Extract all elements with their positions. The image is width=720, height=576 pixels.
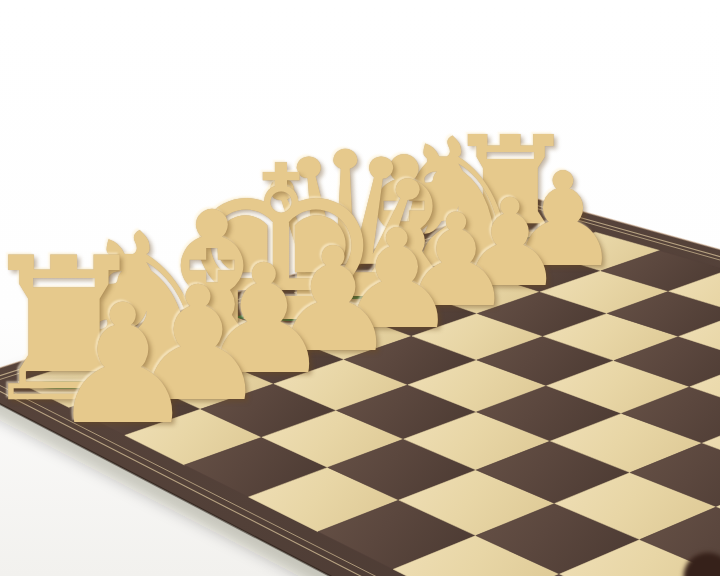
- chess-board: [0, 0, 720, 576]
- chess-set-photo: ♜♞♟♝♟♛♟♚♟♟♝♟♞♜♟♟♝♟: [0, 0, 720, 576]
